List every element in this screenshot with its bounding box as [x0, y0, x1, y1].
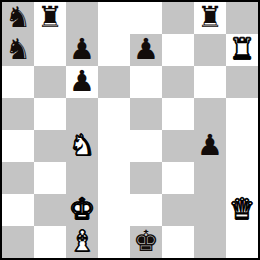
- square-c2[interactable]: ♚: [66, 194, 98, 226]
- square-h1[interactable]: [226, 226, 258, 258]
- square-h2[interactable]: ♛: [226, 194, 258, 226]
- square-b1[interactable]: [34, 226, 66, 258]
- square-g4[interactable]: ♟: [194, 130, 226, 162]
- square-h8[interactable]: [226, 2, 258, 34]
- square-a3[interactable]: [2, 162, 34, 194]
- square-e7[interactable]: ♟: [130, 34, 162, 66]
- square-a1[interactable]: [2, 226, 34, 258]
- square-c8[interactable]: [66, 2, 98, 34]
- square-f3[interactable]: [162, 162, 194, 194]
- square-g3[interactable]: [194, 162, 226, 194]
- square-g7[interactable]: [194, 34, 226, 66]
- piece-black-rook[interactable]: ♜: [37, 2, 63, 33]
- square-e3[interactable]: [130, 162, 162, 194]
- square-f6[interactable]: [162, 66, 194, 98]
- square-f4[interactable]: [162, 130, 194, 162]
- square-h4[interactable]: [226, 130, 258, 162]
- piece-black-pawn[interactable]: ♟: [197, 130, 223, 161]
- chess-diagram: ♞♜♜♞♟♟♜♟♞♟♚♛♝♚: [0, 0, 260, 260]
- square-f7[interactable]: [162, 34, 194, 66]
- square-a2[interactable]: [2, 194, 34, 226]
- piece-black-pawn[interactable]: ♟: [69, 34, 95, 65]
- square-d2[interactable]: [98, 194, 130, 226]
- square-d1[interactable]: [98, 226, 130, 258]
- square-h5[interactable]: [226, 98, 258, 130]
- square-h7[interactable]: ♜: [226, 34, 258, 66]
- chess-board: ♞♜♜♞♟♟♜♟♞♟♚♛♝♚: [0, 0, 260, 260]
- piece-black-pawn[interactable]: ♟: [69, 66, 95, 97]
- square-d7[interactable]: [98, 34, 130, 66]
- square-g2[interactable]: [194, 194, 226, 226]
- piece-white-rook[interactable]: ♜: [229, 34, 255, 65]
- square-a6[interactable]: [2, 66, 34, 98]
- square-a5[interactable]: [2, 98, 34, 130]
- square-h6[interactable]: [226, 66, 258, 98]
- square-c3[interactable]: [66, 162, 98, 194]
- square-c5[interactable]: [66, 98, 98, 130]
- square-b5[interactable]: [34, 98, 66, 130]
- square-b4[interactable]: [34, 130, 66, 162]
- square-d8[interactable]: [98, 2, 130, 34]
- square-f2[interactable]: [162, 194, 194, 226]
- square-d3[interactable]: [98, 162, 130, 194]
- square-f1[interactable]: [162, 226, 194, 258]
- square-d5[interactable]: [98, 98, 130, 130]
- square-b8[interactable]: ♜: [34, 2, 66, 34]
- square-a4[interactable]: [2, 130, 34, 162]
- square-d6[interactable]: [98, 66, 130, 98]
- square-d4[interactable]: [98, 130, 130, 162]
- piece-white-king[interactable]: ♚: [69, 194, 95, 225]
- square-b6[interactable]: [34, 66, 66, 98]
- square-g5[interactable]: [194, 98, 226, 130]
- piece-black-knight[interactable]: ♞: [5, 2, 31, 33]
- square-b7[interactable]: [34, 34, 66, 66]
- square-g8[interactable]: ♜: [194, 2, 226, 34]
- piece-white-bishop[interactable]: ♝: [69, 226, 95, 257]
- square-e8[interactable]: [130, 2, 162, 34]
- piece-black-knight[interactable]: ♞: [5, 34, 31, 65]
- square-h3[interactable]: [226, 162, 258, 194]
- piece-black-rook[interactable]: ♜: [197, 2, 223, 33]
- square-e5[interactable]: [130, 98, 162, 130]
- piece-black-king[interactable]: ♚: [133, 226, 159, 257]
- square-g6[interactable]: [194, 66, 226, 98]
- square-b2[interactable]: [34, 194, 66, 226]
- square-e6[interactable]: [130, 66, 162, 98]
- square-b3[interactable]: [34, 162, 66, 194]
- square-a7[interactable]: ♞: [2, 34, 34, 66]
- square-c4[interactable]: ♞: [66, 130, 98, 162]
- square-c6[interactable]: ♟: [66, 66, 98, 98]
- square-f8[interactable]: [162, 2, 194, 34]
- square-c1[interactable]: ♝: [66, 226, 98, 258]
- piece-white-knight[interactable]: ♞: [69, 130, 95, 161]
- piece-white-queen[interactable]: ♛: [229, 194, 255, 225]
- square-f5[interactable]: [162, 98, 194, 130]
- square-c7[interactable]: ♟: [66, 34, 98, 66]
- square-e1[interactable]: ♚: [130, 226, 162, 258]
- square-a8[interactable]: ♞: [2, 2, 34, 34]
- square-e4[interactable]: [130, 130, 162, 162]
- piece-black-pawn[interactable]: ♟: [133, 34, 159, 65]
- square-e2[interactable]: [130, 194, 162, 226]
- square-g1[interactable]: [194, 226, 226, 258]
